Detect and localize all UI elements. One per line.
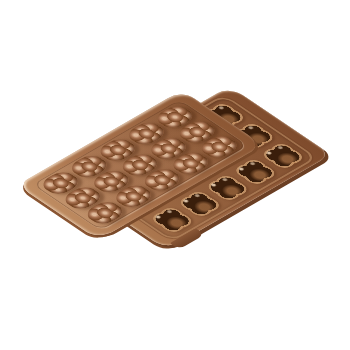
product-photo-stage [0,0,350,350]
